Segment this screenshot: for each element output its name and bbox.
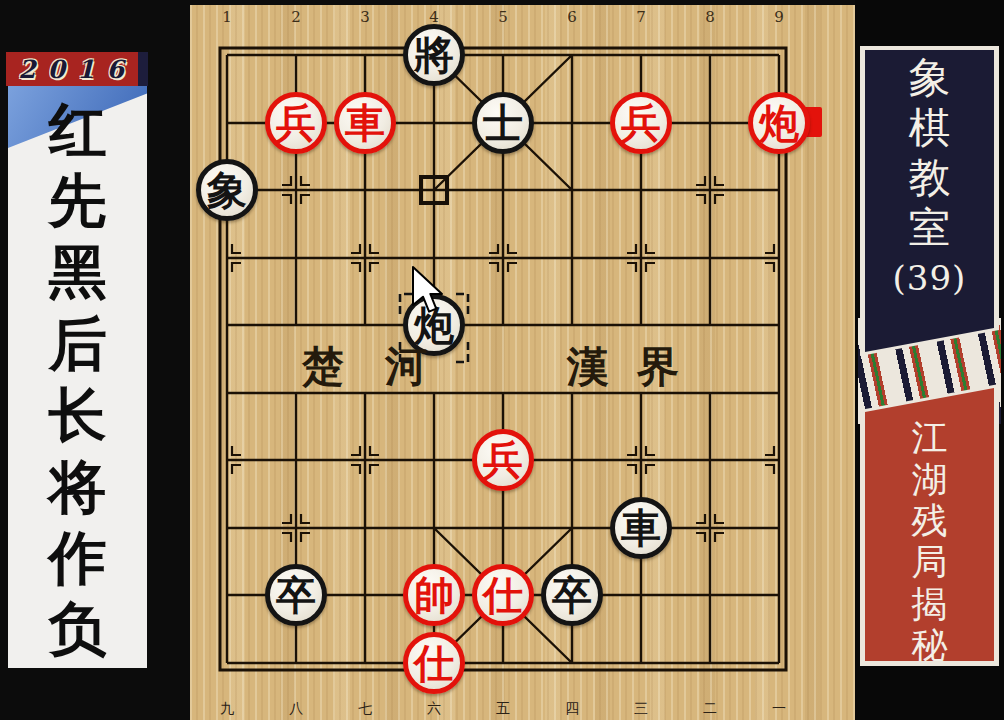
piece-black-士[interactable]: 士 bbox=[472, 92, 534, 154]
series-title-column: 象棋教室 bbox=[865, 53, 994, 253]
file-coordinate-bottom: 六 bbox=[422, 700, 446, 718]
year-banner: 2016 bbox=[6, 52, 148, 86]
file-coordinate-top: 2 bbox=[284, 8, 308, 26]
xiangqi-board[interactable]: 將士象炮車卒卒兵車兵炮兵帥仕仕 123456789 九八七六五四三二一 楚河漢界 bbox=[190, 5, 855, 720]
file-coordinate-top: 8 bbox=[698, 8, 722, 26]
slogan-text-column: 红先黑后长将作负 bbox=[8, 95, 147, 666]
piece-black-將[interactable]: 將 bbox=[403, 24, 465, 86]
char: 先 bbox=[8, 166, 147, 237]
file-coordinate-bottom: 八 bbox=[284, 700, 308, 718]
file-coordinate-top: 5 bbox=[491, 8, 515, 26]
file-coordinate-bottom: 五 bbox=[491, 700, 515, 718]
char: 教 bbox=[865, 153, 994, 203]
char: 局 bbox=[865, 542, 994, 583]
piece-red-車[interactable]: 車 bbox=[334, 92, 396, 154]
topic-title-column: 江湖残局揭秘 bbox=[865, 418, 994, 666]
char: 揭 bbox=[865, 584, 994, 625]
slogan-scroll: 红先黑后长将作负 bbox=[8, 86, 147, 668]
piece-red-仕[interactable]: 仕 bbox=[403, 632, 465, 694]
char: 棋 bbox=[865, 103, 994, 153]
file-coordinate-bottom: 四 bbox=[560, 700, 584, 718]
file-coordinate-bottom: 九 bbox=[215, 700, 239, 718]
topic-panel: 江湖残局揭秘 bbox=[860, 384, 999, 666]
file-coordinate-bottom: 七 bbox=[353, 700, 377, 718]
char: 残 bbox=[865, 501, 994, 542]
char: 象 bbox=[865, 53, 994, 103]
piece-red-兵[interactable]: 兵 bbox=[472, 429, 534, 491]
river-label: 漢 bbox=[564, 339, 612, 395]
char: 秘 bbox=[865, 625, 994, 666]
video-frame: 2016 红先黑后长将作负 將士象炮車卒卒兵車兵炮兵帥仕仕 123456789 … bbox=[0, 0, 1004, 720]
river-label: 界 bbox=[634, 339, 682, 395]
episode-number: (39) bbox=[865, 258, 994, 298]
series-title-inner: 象棋教室 (39) bbox=[865, 50, 994, 352]
piece-red-仕[interactable]: 仕 bbox=[472, 564, 534, 626]
file-coordinate-top: 6 bbox=[560, 8, 584, 26]
char: 湖 bbox=[865, 459, 994, 500]
last-move-from-marker bbox=[421, 177, 447, 203]
file-coordinate-top: 9 bbox=[767, 8, 791, 26]
file-coordinate-bottom: 二 bbox=[698, 700, 722, 718]
series-title-panel: 象棋教室 (39) bbox=[860, 46, 999, 356]
char: 黑 bbox=[8, 238, 147, 309]
file-coordinate-top: 7 bbox=[629, 8, 653, 26]
year-label: 2016 bbox=[8, 55, 136, 84]
piece-black-車[interactable]: 車 bbox=[610, 497, 672, 559]
piece-red-帥[interactable]: 帥 bbox=[403, 564, 465, 626]
left-sidebar: 2016 红先黑后长将作负 bbox=[0, 0, 190, 720]
char: 室 bbox=[865, 203, 994, 253]
piece-red-兵[interactable]: 兵 bbox=[610, 92, 672, 154]
piece-red-兵[interactable]: 兵 bbox=[265, 92, 327, 154]
file-coordinate-top: 3 bbox=[353, 8, 377, 26]
river-label: 河 bbox=[382, 339, 430, 395]
topic-inner: 江湖残局揭秘 bbox=[865, 388, 994, 661]
file-coordinate-bottom: 三 bbox=[629, 700, 653, 718]
right-sidebar: 象棋教室 (39) 江湖残局揭秘 bbox=[855, 0, 1004, 720]
char: 长 bbox=[8, 381, 147, 452]
char: 江 bbox=[865, 418, 994, 459]
char: 作 bbox=[8, 523, 147, 594]
piece-black-卒[interactable]: 卒 bbox=[265, 564, 327, 626]
file-coordinate-top: 1 bbox=[215, 8, 239, 26]
char: 负 bbox=[8, 595, 147, 666]
piece-black-象[interactable]: 象 bbox=[196, 159, 258, 221]
piece-red-炮[interactable]: 炮 bbox=[748, 92, 810, 154]
river-label: 楚 bbox=[299, 339, 347, 395]
char: 后 bbox=[8, 309, 147, 380]
char: 将 bbox=[8, 452, 147, 523]
char: 红 bbox=[8, 95, 147, 166]
piece-black-卒[interactable]: 卒 bbox=[541, 564, 603, 626]
file-coordinate-top: 4 bbox=[422, 8, 446, 26]
file-coordinate-bottom: 一 bbox=[767, 700, 791, 718]
